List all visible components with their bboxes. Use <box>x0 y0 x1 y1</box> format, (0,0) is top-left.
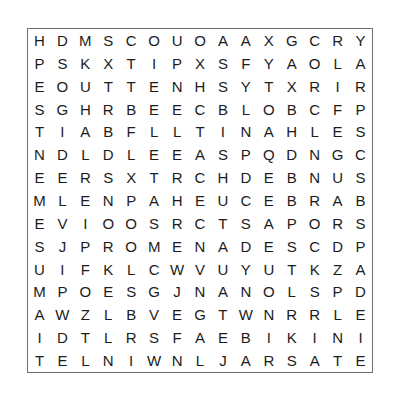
grid-cell-r1-c7[interactable]: U <box>166 29 189 52</box>
grid-cell-r15-c2[interactable]: E <box>51 349 74 372</box>
grid-cell-r14-c14[interactable]: N <box>326 326 349 349</box>
grid-cell-r14-c15[interactable]: I <box>349 326 372 349</box>
grid-cell-r7-c6[interactable]: T <box>143 166 166 189</box>
grid-cell-r4-c5[interactable]: B <box>120 98 143 121</box>
grid-cell-r6-c12[interactable]: D <box>280 143 303 166</box>
grid-cell-r4-c7[interactable]: E <box>166 98 189 121</box>
grid-cell-r15-c15[interactable]: E <box>349 349 372 372</box>
grid-cell-r2-c7[interactable]: P <box>166 52 189 75</box>
grid-cell-r4-c3[interactable]: H <box>74 98 97 121</box>
grid-cell-r15-c10[interactable]: A <box>234 349 257 372</box>
grid-cell-r8-c11[interactable]: E <box>257 189 280 212</box>
word-search-page: HDMSCOUOAAXGCRYPSKXTIPXSFYAOLAEOUTTENHSY… <box>0 0 400 400</box>
grid-cell-r3-c14[interactable]: I <box>326 75 349 98</box>
grid-cell-r6-c11[interactable]: Q <box>257 143 280 166</box>
grid-cell-r13-c4[interactable]: L <box>97 303 120 326</box>
grid-cell-r14-c9[interactable]: E <box>211 326 234 349</box>
grid-cell-r6-c5[interactable]: L <box>120 143 143 166</box>
grid-cell-r8-c14[interactable]: A <box>326 189 349 212</box>
grid-cell-r11-c14[interactable]: Z <box>326 258 349 281</box>
grid-cell-r4-c11[interactable]: O <box>257 98 280 121</box>
grid-cell-r8-c13[interactable]: R <box>303 189 326 212</box>
grid-cell-r10-c10[interactable]: D <box>234 235 257 258</box>
word-search-grid: HDMSCOUOAAXGCRYPSKXTIPXSFYAOLAEOUTTENHSY… <box>27 28 373 373</box>
grid-cell-r4-c1[interactable]: S <box>28 98 51 121</box>
grid-cell-r6-c10[interactable]: P <box>234 143 257 166</box>
grid-cell-r12-c5[interactable]: S <box>120 281 143 304</box>
grid-cell-r1-c6[interactable]: O <box>143 29 166 52</box>
grid-cell-r7-c4[interactable]: S <box>97 166 120 189</box>
grid-cell-r7-c15[interactable]: S <box>349 166 372 189</box>
grid-cell-r12-c6[interactable]: G <box>143 281 166 304</box>
grid-cell-r12-c4[interactable]: E <box>97 281 120 304</box>
grid-cell-r3-c13[interactable]: R <box>303 75 326 98</box>
grid-cell-r11-c5[interactable]: L <box>120 258 143 281</box>
grid-cell-r9-c6[interactable]: S <box>143 212 166 235</box>
grid-cell-r9-c13[interactable]: O <box>303 212 326 235</box>
grid-cell-r14-c5[interactable]: R <box>120 326 143 349</box>
grid-cell-r12-c8[interactable]: N <box>189 281 212 304</box>
grid-cell-r6-c7[interactable]: E <box>166 143 189 166</box>
grid-cell-r3-c15[interactable]: R <box>349 75 372 98</box>
grid-cell-r5-c10[interactable]: N <box>234 120 257 143</box>
grid-cell-r7-c3[interactable]: R <box>74 166 97 189</box>
grid-cell-r5-c4[interactable]: B <box>97 120 120 143</box>
grid-cell-r5-c5[interactable]: F <box>120 120 143 143</box>
grid-cell-r8-c2[interactable]: L <box>51 189 74 212</box>
grid-cell-r11-c15[interactable]: A <box>349 258 372 281</box>
grid-cell-r13-c15[interactable]: E <box>349 303 372 326</box>
grid-cell-r11-c9[interactable]: U <box>211 258 234 281</box>
grid-cell-r4-c12[interactable]: B <box>280 98 303 121</box>
grid-cell-r9-c11[interactable]: A <box>257 212 280 235</box>
grid-cell-r8-c9[interactable]: U <box>211 189 234 212</box>
grid-cell-r11-c2[interactable]: I <box>51 258 74 281</box>
grid-cell-r8-c1[interactable]: M <box>28 189 51 212</box>
grid-cell-r10-c3[interactable]: P <box>74 235 97 258</box>
grid-cell-r15-c4[interactable]: N <box>97 349 120 372</box>
grid-cell-r5-c7[interactable]: L <box>166 120 189 143</box>
grid-cell-r9-c5[interactable]: O <box>120 212 143 235</box>
grid-cell-r6-c8[interactable]: A <box>189 143 212 166</box>
grid-cell-r2-c10[interactable]: F <box>234 52 257 75</box>
grid-cell-r11-c1[interactable]: U <box>28 258 51 281</box>
grid-cell-r8-c10[interactable]: C <box>234 189 257 212</box>
grid-cell-r8-c6[interactable]: A <box>143 189 166 212</box>
grid-cell-r9-c3[interactable]: I <box>74 212 97 235</box>
grid-cell-r5-c2[interactable]: I <box>51 120 74 143</box>
grid-cell-r8-c15[interactable]: B <box>349 189 372 212</box>
grid-cell-r9-c10[interactable]: S <box>234 212 257 235</box>
grid-cell-r6-c9[interactable]: S <box>211 143 234 166</box>
grid-cell-r1-c14[interactable]: R <box>326 29 349 52</box>
grid-cell-r1-c15[interactable]: Y <box>349 29 372 52</box>
grid-cell-r9-c1[interactable]: E <box>28 212 51 235</box>
grid-cell-r10-c12[interactable]: S <box>280 235 303 258</box>
grid-cell-r14-c1[interactable]: I <box>28 326 51 349</box>
grid-cell-r5-c13[interactable]: L <box>303 120 326 143</box>
grid-cell-r7-c7[interactable]: R <box>166 166 189 189</box>
grid-cell-r6-c14[interactable]: G <box>326 143 349 166</box>
grid-cell-r6-c13[interactable]: N <box>303 143 326 166</box>
grid-cell-r15-c9[interactable]: J <box>211 349 234 372</box>
grid-cell-r10-c14[interactable]: D <box>326 235 349 258</box>
grid-cell-r10-c2[interactable]: J <box>51 235 74 258</box>
grid-cell-r10-c9[interactable]: A <box>211 235 234 258</box>
grid-cell-r2-c5[interactable]: T <box>120 52 143 75</box>
grid-cell-r8-c8[interactable]: E <box>189 189 212 212</box>
grid-cell-r2-c14[interactable]: L <box>326 52 349 75</box>
grid-cell-r10-c15[interactable]: P <box>349 235 372 258</box>
grid-cell-r14-c7[interactable]: F <box>166 326 189 349</box>
grid-cell-r9-c4[interactable]: O <box>97 212 120 235</box>
grid-cell-r8-c12[interactable]: B <box>280 189 303 212</box>
grid-cell-r2-c12[interactable]: A <box>280 52 303 75</box>
grid-cell-r14-c8[interactable]: A <box>189 326 212 349</box>
grid-cell-r4-c2[interactable]: G <box>51 98 74 121</box>
grid-cell-r3-c12[interactable]: X <box>280 75 303 98</box>
grid-cell-r3-c4[interactable]: T <box>97 75 120 98</box>
grid-cell-r5-c8[interactable]: T <box>189 120 212 143</box>
grid-cell-r15-c3[interactable]: L <box>74 349 97 372</box>
grid-cell-r4-c4[interactable]: R <box>97 98 120 121</box>
grid-cell-r14-c6[interactable]: S <box>143 326 166 349</box>
grid-cell-r12-c14[interactable]: P <box>326 281 349 304</box>
grid-cell-r5-c15[interactable]: S <box>349 120 372 143</box>
grid-cell-r10-c11[interactable]: E <box>257 235 280 258</box>
grid-cell-r15-c6[interactable]: W <box>143 349 166 372</box>
grid-cell-r5-c9[interactable]: I <box>211 120 234 143</box>
grid-cell-r13-c14[interactable]: L <box>326 303 349 326</box>
grid-cell-r13-c8[interactable]: G <box>189 303 212 326</box>
grid-cell-r11-c12[interactable]: T <box>280 258 303 281</box>
grid-cell-r11-c6[interactable]: C <box>143 258 166 281</box>
grid-cell-r13-c13[interactable]: R <box>303 303 326 326</box>
grid-cell-r14-c11[interactable]: I <box>257 326 280 349</box>
grid-cell-r5-c3[interactable]: A <box>74 120 97 143</box>
grid-cell-r13-c9[interactable]: T <box>211 303 234 326</box>
grid-cell-r1-c3[interactable]: M <box>74 29 97 52</box>
grid-cell-r3-c3[interactable]: U <box>74 75 97 98</box>
grid-cell-r6-c4[interactable]: D <box>97 143 120 166</box>
grid-cell-r5-c12[interactable]: H <box>280 120 303 143</box>
grid-cell-r9-c2[interactable]: V <box>51 212 74 235</box>
grid-cell-r13-c6[interactable]: V <box>143 303 166 326</box>
grid-cell-r2-c8[interactable]: X <box>189 52 212 75</box>
grid-cell-r2-c6[interactable]: I <box>143 52 166 75</box>
grid-cell-r11-c10[interactable]: Y <box>234 258 257 281</box>
grid-cell-r3-c10[interactable]: Y <box>234 75 257 98</box>
grid-cell-r10-c5[interactable]: O <box>120 235 143 258</box>
grid-cell-r12-c7[interactable]: J <box>166 281 189 304</box>
grid-cell-r13-c2[interactable]: W <box>51 303 74 326</box>
grid-cell-r11-c7[interactable]: W <box>166 258 189 281</box>
grid-cell-r1-c2[interactable]: D <box>51 29 74 52</box>
grid-cell-r10-c4[interactable]: R <box>97 235 120 258</box>
grid-cell-r3-c1[interactable]: E <box>28 75 51 98</box>
grid-cell-r7-c12[interactable]: B <box>280 166 303 189</box>
grid-cell-r2-c2[interactable]: S <box>51 52 74 75</box>
grid-cell-r3-c8[interactable]: H <box>189 75 212 98</box>
grid-cell-r1-c5[interactable]: C <box>120 29 143 52</box>
grid-cell-r13-c1[interactable]: A <box>28 303 51 326</box>
grid-cell-r15-c8[interactable]: L <box>189 349 212 372</box>
grid-cell-r10-c6[interactable]: M <box>143 235 166 258</box>
grid-cell-r14-c3[interactable]: T <box>74 326 97 349</box>
grid-cell-r3-c2[interactable]: O <box>51 75 74 98</box>
grid-cell-r15-c7[interactable]: N <box>166 349 189 372</box>
grid-cell-r15-c5[interactable]: I <box>120 349 143 372</box>
grid-cell-r8-c7[interactable]: H <box>166 189 189 212</box>
grid-cell-r12-c10[interactable]: N <box>234 281 257 304</box>
grid-cell-r4-c15[interactable]: P <box>349 98 372 121</box>
grid-cell-r2-c13[interactable]: O <box>303 52 326 75</box>
grid-cell-r13-c3[interactable]: Z <box>74 303 97 326</box>
grid-cell-r1-c8[interactable]: O <box>189 29 212 52</box>
grid-cell-r13-c11[interactable]: N <box>257 303 280 326</box>
grid-cell-r2-c15[interactable]: A <box>349 52 372 75</box>
grid-cell-r13-c7[interactable]: E <box>166 303 189 326</box>
grid-cell-r4-c9[interactable]: B <box>211 98 234 121</box>
grid-cell-r3-c9[interactable]: S <box>211 75 234 98</box>
grid-cell-r10-c7[interactable]: E <box>166 235 189 258</box>
grid-cell-r11-c4[interactable]: K <box>97 258 120 281</box>
grid-cell-r1-c4[interactable]: S <box>97 29 120 52</box>
grid-cell-r6-c6[interactable]: E <box>143 143 166 166</box>
grid-cell-r1-c9[interactable]: A <box>211 29 234 52</box>
grid-cell-r12-c12[interactable]: L <box>280 281 303 304</box>
grid-cell-r7-c13[interactable]: N <box>303 166 326 189</box>
grid-cell-r12-c1[interactable]: M <box>28 281 51 304</box>
grid-cell-r14-c2[interactable]: D <box>51 326 74 349</box>
grid-cell-r7-c9[interactable]: H <box>211 166 234 189</box>
grid-cell-r9-c7[interactable]: R <box>166 212 189 235</box>
grid-cell-r2-c9[interactable]: S <box>211 52 234 75</box>
grid-cell-r11-c8[interactable]: V <box>189 258 212 281</box>
grid-cell-r15-c13[interactable]: A <box>303 349 326 372</box>
grid-cell-r15-c12[interactable]: S <box>280 349 303 372</box>
grid-cell-r13-c12[interactable]: R <box>280 303 303 326</box>
grid-cell-r12-c13[interactable]: S <box>303 281 326 304</box>
grid-cell-r1-c11[interactable]: X <box>257 29 280 52</box>
grid-cell-r9-c12[interactable]: P <box>280 212 303 235</box>
grid-cell-r5-c6[interactable]: L <box>143 120 166 143</box>
grid-cell-r14-c12[interactable]: K <box>280 326 303 349</box>
grid-cell-r2-c11[interactable]: Y <box>257 52 280 75</box>
grid-cell-r6-c2[interactable]: D <box>51 143 74 166</box>
grid-cell-r2-c4[interactable]: X <box>97 52 120 75</box>
grid-cell-r1-c12[interactable]: G <box>280 29 303 52</box>
grid-cell-r7-c5[interactable]: X <box>120 166 143 189</box>
grid-cell-r5-c14[interactable]: E <box>326 120 349 143</box>
grid-cell-r9-c15[interactable]: S <box>349 212 372 235</box>
grid-cell-r4-c6[interactable]: E <box>143 98 166 121</box>
grid-cell-r6-c3[interactable]: L <box>74 143 97 166</box>
grid-cell-r6-c1[interactable]: N <box>28 143 51 166</box>
grid-cell-r7-c11[interactable]: E <box>257 166 280 189</box>
grid-cell-r5-c11[interactable]: A <box>257 120 280 143</box>
grid-cell-r1-c10[interactable]: A <box>234 29 257 52</box>
grid-cell-r5-c1[interactable]: T <box>28 120 51 143</box>
grid-cell-r10-c8[interactable]: N <box>189 235 212 258</box>
grid-cell-r12-c3[interactable]: O <box>74 281 97 304</box>
grid-cell-r2-c1[interactable]: P <box>28 52 51 75</box>
grid-cell-r15-c14[interactable]: T <box>326 349 349 372</box>
grid-cell-r4-c10[interactable]: L <box>234 98 257 121</box>
grid-cell-r7-c1[interactable]: E <box>28 166 51 189</box>
grid-cell-r14-c10[interactable]: B <box>234 326 257 349</box>
grid-cell-r13-c5[interactable]: B <box>120 303 143 326</box>
grid-cell-r10-c13[interactable]: C <box>303 235 326 258</box>
grid-cell-r8-c4[interactable]: N <box>97 189 120 212</box>
grid-cell-r11-c11[interactable]: U <box>257 258 280 281</box>
grid-cell-r15-c11[interactable]: R <box>257 349 280 372</box>
grid-cell-r13-c10[interactable]: W <box>234 303 257 326</box>
grid-cell-r8-c3[interactable]: E <box>74 189 97 212</box>
grid-cell-r15-c1[interactable]: T <box>28 349 51 372</box>
grid-cell-r6-c15[interactable]: C <box>349 143 372 166</box>
grid-cell-r7-c10[interactable]: D <box>234 166 257 189</box>
grid-cell-r7-c8[interactable]: C <box>189 166 212 189</box>
grid-cell-r3-c7[interactable]: N <box>166 75 189 98</box>
grid-cell-r3-c5[interactable]: T <box>120 75 143 98</box>
grid-cell-r9-c14[interactable]: R <box>326 212 349 235</box>
grid-cell-r4-c8[interactable]: C <box>189 98 212 121</box>
grid-cell-r7-c2[interactable]: E <box>51 166 74 189</box>
grid-cell-r8-c5[interactable]: P <box>120 189 143 212</box>
grid-cell-r2-c3[interactable]: K <box>74 52 97 75</box>
grid-cell-r1-c1[interactable]: H <box>28 29 51 52</box>
grid-cell-r4-c14[interactable]: F <box>326 98 349 121</box>
grid-cell-r12-c15[interactable]: D <box>349 281 372 304</box>
grid-cell-r12-c2[interactable]: P <box>51 281 74 304</box>
grid-cell-r11-c3[interactable]: F <box>74 258 97 281</box>
grid-cell-r9-c8[interactable]: C <box>189 212 212 235</box>
grid-cell-r9-c9[interactable]: T <box>211 212 234 235</box>
grid-cell-r14-c13[interactable]: I <box>303 326 326 349</box>
grid-cell-r12-c11[interactable]: O <box>257 281 280 304</box>
grid-cell-r3-c6[interactable]: E <box>143 75 166 98</box>
grid-cell-r4-c13[interactable]: C <box>303 98 326 121</box>
grid-cell-r12-c9[interactable]: A <box>211 281 234 304</box>
grid-cell-r1-c13[interactable]: C <box>303 29 326 52</box>
grid-cell-r14-c4[interactable]: L <box>97 326 120 349</box>
grid-cell-r10-c1[interactable]: S <box>28 235 51 258</box>
grid-cell-r3-c11[interactable]: T <box>257 75 280 98</box>
grid-cell-r11-c13[interactable]: K <box>303 258 326 281</box>
grid-cell-r7-c14[interactable]: U <box>326 166 349 189</box>
